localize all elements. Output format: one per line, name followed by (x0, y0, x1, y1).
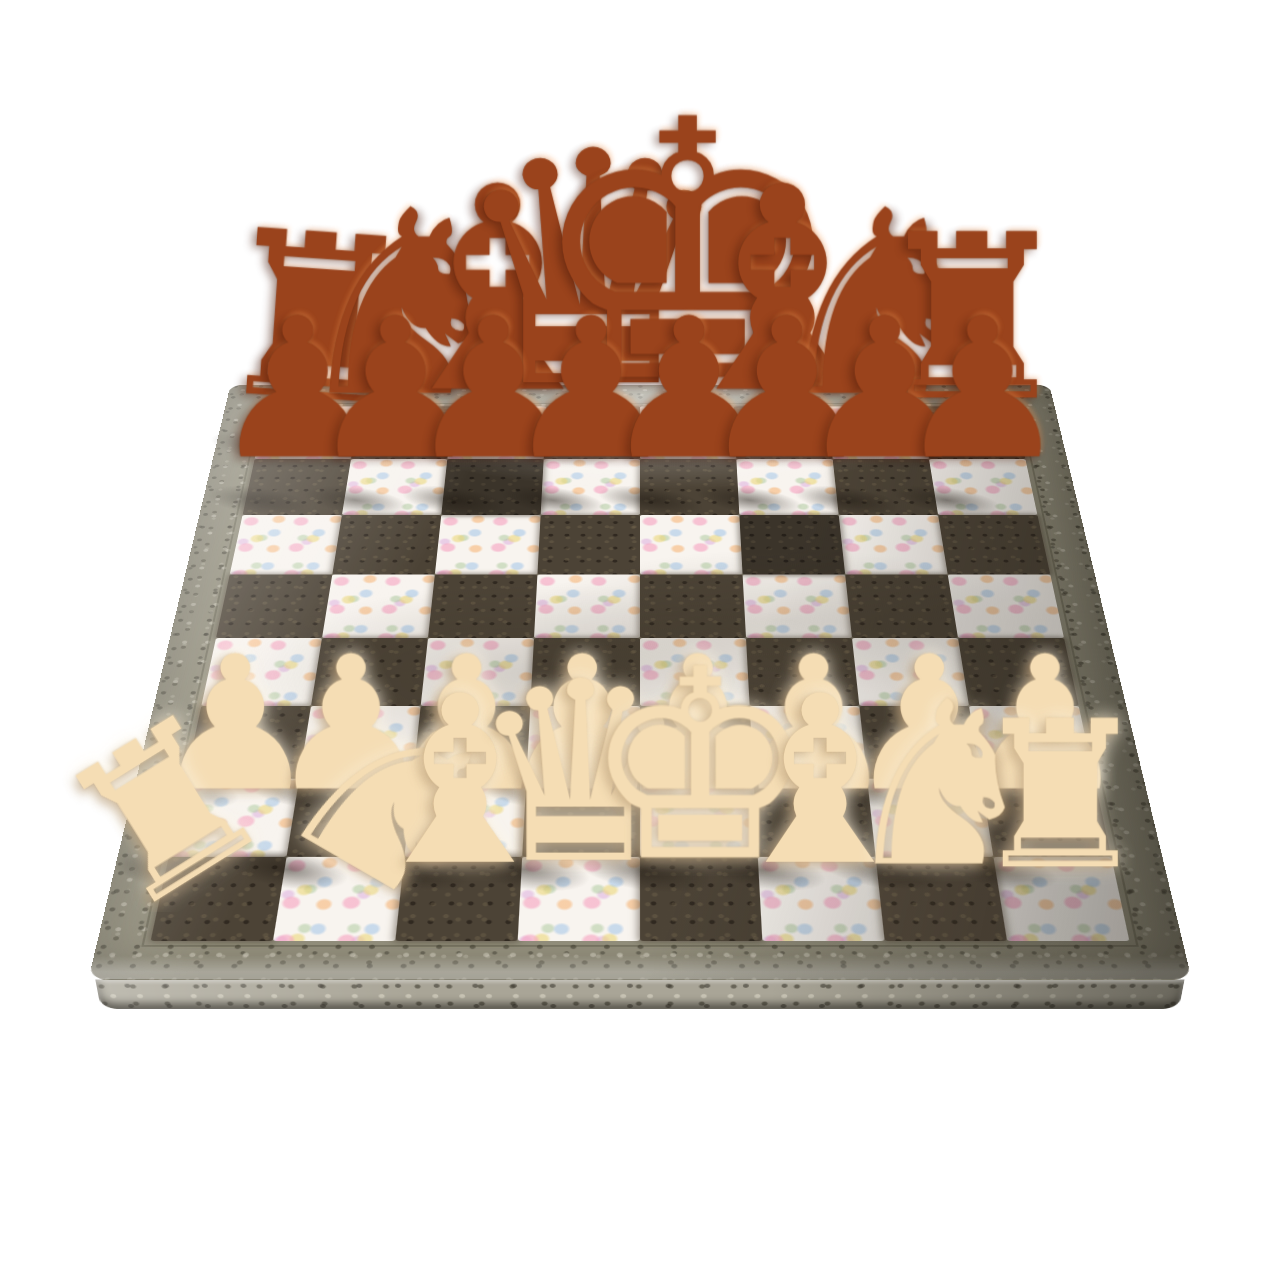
piece-white-rook[interactable]: ♜ (969, 694, 1152, 898)
photo-canvas: ♜♞♝♛♚♝♞♜♟♟♟♟♟♟♟♟♟♟♟♟♟♟♟♟♜♞♝♛♚♝♞♜ (0, 0, 1280, 1280)
chessboard-scene: ♜♞♝♛♚♝♞♜♟♟♟♟♟♟♟♟♟♟♟♟♟♟♟♟♜♞♝♛♚♝♞♜ (0, 0, 1280, 1280)
pieces-layer: ♜♞♝♛♚♝♞♜♟♟♟♟♟♟♟♟♟♟♟♟♟♟♟♟♜♞♝♛♚♝♞♜ (151, 406, 1130, 941)
chessboard: ♜♞♝♛♚♝♞♜♟♟♟♟♟♟♟♟♟♟♟♟♟♟♟♟♜♞♝♛♚♝♞♜ (88, 385, 1191, 980)
piece-black-pawn[interactable]: ♟ (896, 293, 1070, 487)
board-front-edge (95, 980, 1184, 1009)
